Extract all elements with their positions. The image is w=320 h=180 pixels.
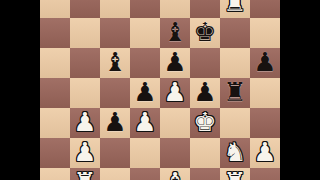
square-e6: ♟ <box>160 48 190 78</box>
square-d8 <box>130 0 160 18</box>
square-e2: ♝ <box>160 168 190 180</box>
square-c5 <box>100 78 130 108</box>
square-g2: ♜ <box>220 168 250 180</box>
white-rook-g8: ♜ <box>220 0 250 18</box>
square-h3: ♟ <box>250 138 280 168</box>
white-pawn-d4: ♟ <box>130 108 160 138</box>
square-d6 <box>130 48 160 78</box>
square-h5 <box>250 78 280 108</box>
square-c7 <box>100 18 130 48</box>
square-f3 <box>190 138 220 168</box>
square-b2: ♜ <box>70 168 100 180</box>
white-bishop-e2: ♝ <box>160 168 190 180</box>
white-pawn-h3: ♟ <box>250 138 280 168</box>
square-g8: ♜ <box>220 0 250 18</box>
black-bishop-e7: ♝ <box>160 18 190 48</box>
square-h6: ♟ <box>250 48 280 78</box>
video-frame: ♜♝♚♝♟♟♟♟♟♜♟♟♟♚♟♞♟♜♝♜ <box>0 0 320 180</box>
square-e7: ♝ <box>160 18 190 48</box>
square-a4 <box>40 108 70 138</box>
square-h2 <box>250 168 280 180</box>
square-c2 <box>100 168 130 180</box>
black-rook-g5: ♜ <box>220 78 250 108</box>
black-pawn-h6: ♟ <box>250 48 280 78</box>
white-king-f4: ♚ <box>190 108 220 138</box>
square-g7 <box>220 18 250 48</box>
square-d7 <box>130 18 160 48</box>
square-e4 <box>160 108 190 138</box>
square-f7: ♚ <box>190 18 220 48</box>
square-h7 <box>250 18 280 48</box>
black-pawn-e6: ♟ <box>160 48 190 78</box>
white-pawn-b4: ♟ <box>70 108 100 138</box>
square-d2 <box>130 168 160 180</box>
letterbox-bar-left <box>0 0 40 180</box>
square-b3: ♟ <box>70 138 100 168</box>
square-b8 <box>70 0 100 18</box>
square-g5: ♜ <box>220 78 250 108</box>
square-b4: ♟ <box>70 108 100 138</box>
square-f4: ♚ <box>190 108 220 138</box>
square-h8 <box>250 0 280 18</box>
square-a5 <box>40 78 70 108</box>
square-a6 <box>40 48 70 78</box>
white-rook-b2: ♜ <box>70 168 100 180</box>
black-pawn-f5: ♟ <box>190 78 220 108</box>
square-g6 <box>220 48 250 78</box>
black-king-f7: ♚ <box>190 18 220 48</box>
square-f6 <box>190 48 220 78</box>
black-pawn-d5: ♟ <box>130 78 160 108</box>
square-a8 <box>40 0 70 18</box>
square-c4: ♟ <box>100 108 130 138</box>
white-knight-g3: ♞ <box>220 138 250 168</box>
square-g3: ♞ <box>220 138 250 168</box>
chess-board: ♜♝♚♝♟♟♟♟♟♜♟♟♟♚♟♞♟♜♝♜ <box>40 0 280 180</box>
black-pawn-c4: ♟ <box>100 108 130 138</box>
square-c8 <box>100 0 130 18</box>
square-b5 <box>70 78 100 108</box>
white-rook-g2: ♜ <box>220 168 250 180</box>
square-b6 <box>70 48 100 78</box>
square-d4: ♟ <box>130 108 160 138</box>
square-f8 <box>190 0 220 18</box>
square-a3 <box>40 138 70 168</box>
white-pawn-b3: ♟ <box>70 138 100 168</box>
square-h4 <box>250 108 280 138</box>
square-d3 <box>130 138 160 168</box>
square-g4 <box>220 108 250 138</box>
square-e3 <box>160 138 190 168</box>
white-pawn-e5: ♟ <box>160 78 190 108</box>
square-c3 <box>100 138 130 168</box>
square-c6: ♝ <box>100 48 130 78</box>
black-bishop-c6: ♝ <box>100 48 130 78</box>
square-b7 <box>70 18 100 48</box>
square-f5: ♟ <box>190 78 220 108</box>
square-f2 <box>190 168 220 180</box>
square-a2 <box>40 168 70 180</box>
letterbox-bar-right <box>280 0 320 180</box>
square-d5: ♟ <box>130 78 160 108</box>
square-a7 <box>40 18 70 48</box>
square-e5: ♟ <box>160 78 190 108</box>
square-e8 <box>160 0 190 18</box>
